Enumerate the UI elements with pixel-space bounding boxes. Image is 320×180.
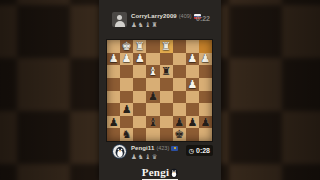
bottom-player-rating: (423) [156,145,169,151]
square-a6[interactable] [199,103,212,116]
piece-bP[interactable]: ♟ [201,117,211,128]
square-f8[interactable] [133,128,146,141]
piece-bK[interactable]: ♚ [174,129,184,140]
video-frame: CorryLarry2009 (409) ♟♞♝♜ 0:22 ♚♜♜♟♟♟♟♟♝… [99,0,221,180]
square-d7[interactable] [160,116,173,129]
piece-wP[interactable]: ♟ [135,53,145,64]
square-c2[interactable] [173,53,186,66]
square-e8[interactable] [146,128,159,141]
person-icon [115,21,125,28]
square-b2[interactable]: ♟ [186,53,199,66]
square-c7[interactable]: ♟ [173,116,186,129]
square-e1[interactable] [146,40,159,53]
square-b1[interactable] [186,40,199,53]
piece-bP[interactable]: ♟ [109,117,119,128]
square-e5[interactable]: ♟ [146,91,159,104]
piece-wP[interactable]: ♟ [201,53,211,64]
square-e3[interactable]: ♝ [146,65,159,78]
square-g6[interactable]: ♟ [120,103,133,116]
square-h5[interactable] [107,91,120,104]
square-g2[interactable]: ♟ [120,53,133,66]
square-d6[interactable] [160,103,173,116]
top-player-name[interactable]: CorryLarry2009 [131,13,177,19]
square-e6[interactable] [146,103,159,116]
square-e2[interactable] [146,53,159,66]
square-c3[interactable] [173,65,186,78]
square-h6[interactable] [107,103,120,116]
piece-wB[interactable]: ♝ [148,66,158,77]
square-d8[interactable] [160,128,173,141]
square-c1[interactable] [173,40,186,53]
top-player-avatar[interactable] [112,12,127,27]
piece-bP[interactable]: ♟ [174,117,184,128]
eu-flag-icon [171,146,178,151]
chess-board[interactable]: ♚♜♜♟♟♟♟♟♝♜♟♟♟♟♝♟♟♟♞♚ [107,40,212,141]
piece-bP[interactable]: ♟ [187,117,197,128]
square-d4[interactable] [160,78,173,91]
square-a5[interactable] [199,91,212,104]
piece-wR[interactable]: ♜ [161,41,171,52]
square-d2[interactable] [160,53,173,66]
square-g8[interactable]: ♞ [120,128,133,141]
square-d5[interactable] [160,91,173,104]
square-d1[interactable]: ♜ [160,40,173,53]
square-h7[interactable]: ♟ [107,116,120,129]
bottom-player-name[interactable]: Pengi11 [131,145,154,151]
clock-icon: ◷ [189,148,194,154]
square-a8[interactable] [199,128,212,141]
piece-bB[interactable]: ♝ [148,117,158,128]
square-f7[interactable] [133,116,146,129]
piece-bP[interactable]: ♟ [122,104,132,115]
square-b8[interactable] [186,128,199,141]
square-c6[interactable] [173,103,186,116]
penguin-icon [170,168,178,178]
square-g7[interactable] [120,116,133,129]
top-player-rating: (409) [179,13,192,19]
piece-wP[interactable]: ♟ [187,79,197,90]
square-b4[interactable]: ♟ [186,78,199,91]
square-h1[interactable] [107,40,120,53]
bottom-captured-pieces: ♟♞♝♛ [131,153,158,160]
square-e4[interactable] [146,78,159,91]
square-g5[interactable] [120,91,133,104]
watermark: Pengi [99,162,221,180]
square-b7[interactable]: ♟ [186,116,199,129]
piece-wK[interactable]: ♚ [122,41,132,52]
piece-bP[interactable]: ♟ [148,91,158,102]
square-h4[interactable] [107,78,120,91]
square-f3[interactable] [133,65,146,78]
piece-bR[interactable]: ♜ [161,66,171,77]
penguin-icon [115,146,125,158]
square-g3[interactable] [120,65,133,78]
square-c8[interactable]: ♚ [173,128,186,141]
square-a4[interactable] [199,78,212,91]
square-h3[interactable] [107,65,120,78]
piece-wP[interactable]: ♟ [122,53,132,64]
square-d3[interactable]: ♜ [160,65,173,78]
top-captured-pieces: ♟♞♝♜ [131,21,158,28]
square-b3[interactable] [186,65,199,78]
square-f5[interactable] [133,91,146,104]
square-c4[interactable] [173,78,186,91]
square-a1[interactable] [199,40,212,53]
square-g1[interactable]: ♚ [120,40,133,53]
square-f1[interactable]: ♜ [133,40,146,53]
watermark-text: Pengi [142,167,169,178]
square-c5[interactable] [173,91,186,104]
square-h8[interactable] [107,128,120,141]
person-icon [117,15,122,20]
piece-bN[interactable]: ♞ [122,129,132,140]
square-f6[interactable] [133,103,146,116]
square-a7[interactable]: ♟ [199,116,212,129]
piece-wR[interactable]: ♜ [135,41,145,52]
square-a3[interactable] [199,65,212,78]
top-player-clock: 0:22 [193,13,213,24]
square-b6[interactable] [186,103,199,116]
square-e7[interactable]: ♝ [146,116,159,129]
piece-wP[interactable]: ♟ [187,53,197,64]
bottom-player-clock: ◷ 0:28 [186,145,213,156]
bottom-player-avatar[interactable] [112,144,127,159]
square-a2[interactable]: ♟ [199,53,212,66]
square-f2[interactable]: ♟ [133,53,146,66]
square-f4[interactable] [133,78,146,91]
top-player-bar: CorryLarry2009 (409) ♟♞♝♜ 0:22 [99,11,221,33]
piece-wP[interactable]: ♟ [109,53,119,64]
square-h2[interactable]: ♟ [107,53,120,66]
square-g4[interactable] [120,78,133,91]
square-b5[interactable] [186,91,199,104]
